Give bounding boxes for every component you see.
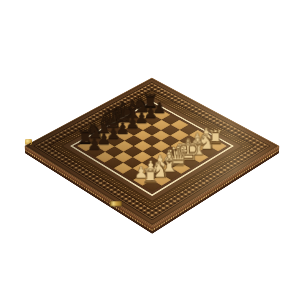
brass-hinge: [110, 201, 122, 206]
square-g6: [152, 120, 170, 130]
square-g7: [143, 115, 161, 125]
square-e5: [143, 135, 162, 146]
square-h8: [143, 105, 161, 115]
square-e7: [124, 125, 142, 135]
brass-hinge-body: [110, 201, 122, 206]
square-f6: [143, 125, 161, 135]
square-f8: [125, 115, 143, 125]
square-f7: [134, 120, 152, 130]
white-rook: ♜: [132, 168, 170, 187]
square-d6: [124, 135, 143, 146]
product-photo: ♜♟♟♜♞♟♟♞♝♟♟♝♚♟♟♚♛♟♟♛♝♟♟♝♞♟♟♞♜♟♟♜: [0, 0, 300, 300]
square-h7: [152, 110, 170, 120]
square-e6: [133, 130, 152, 141]
square-h6: [161, 115, 179, 125]
photo-scene: ♜♟♟♜♞♟♟♞♝♟♟♝♚♟♟♚♛♟♟♛♝♟♟♝♞♟♟♞♜♟♟♜: [0, 0, 300, 300]
chess-backgammon-case: ♜♟♟♜♞♟♟♞♝♟♟♝♚♟♟♚♛♟♟♛♝♟♟♝♞♟♟♞♜♟♟♜: [25, 78, 280, 226]
black-pawn: ♟: [76, 138, 112, 152]
square-f5: [152, 130, 171, 141]
square-h5: [170, 120, 188, 130]
square-e8: [115, 120, 133, 130]
square-g8: [134, 110, 152, 120]
